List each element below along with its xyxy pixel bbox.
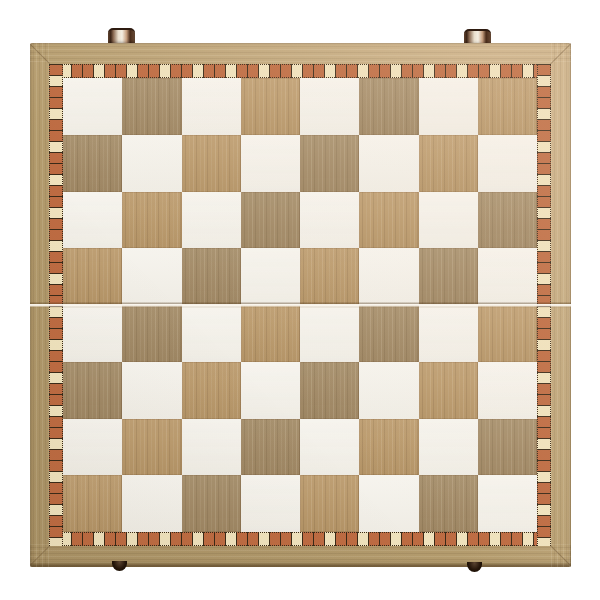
square-c2[interactable] xyxy=(182,419,241,476)
square-f8[interactable] xyxy=(359,78,418,135)
square-d4[interactable] xyxy=(241,305,300,362)
square-a8[interactable] xyxy=(63,78,122,135)
square-h6[interactable] xyxy=(478,192,537,249)
square-h3[interactable] xyxy=(478,362,537,419)
square-g4[interactable] xyxy=(419,305,478,362)
square-e3[interactable] xyxy=(300,362,359,419)
square-f7[interactable] xyxy=(359,135,418,192)
square-f1[interactable] xyxy=(359,475,418,532)
inlay-border-bottom xyxy=(49,532,551,546)
square-g7[interactable] xyxy=(419,135,478,192)
square-b3[interactable] xyxy=(122,362,181,419)
frame-rail-top xyxy=(30,43,571,64)
square-b5[interactable] xyxy=(122,248,181,305)
square-h1[interactable] xyxy=(478,475,537,532)
square-g6[interactable] xyxy=(419,192,478,249)
square-e6[interactable] xyxy=(300,192,359,249)
square-c1[interactable] xyxy=(182,475,241,532)
square-h4[interactable] xyxy=(478,305,537,362)
square-b1[interactable] xyxy=(122,475,181,532)
inlay-border-right xyxy=(537,64,551,546)
square-g8[interactable] xyxy=(419,78,478,135)
square-f3[interactable] xyxy=(359,362,418,419)
square-b6[interactable] xyxy=(122,192,181,249)
square-f6[interactable] xyxy=(359,192,418,249)
square-d7[interactable] xyxy=(241,135,300,192)
square-e4[interactable] xyxy=(300,305,359,362)
foot-right xyxy=(467,562,482,572)
square-d3[interactable] xyxy=(241,362,300,419)
inlay-border-left xyxy=(49,64,63,546)
square-a1[interactable] xyxy=(63,475,122,532)
foot-left xyxy=(112,561,127,571)
square-d8[interactable] xyxy=(241,78,300,135)
frame-rail-right xyxy=(551,43,571,567)
square-f4[interactable] xyxy=(359,305,418,362)
square-e2[interactable] xyxy=(300,419,359,476)
square-c4[interactable] xyxy=(182,305,241,362)
square-a4[interactable] xyxy=(63,305,122,362)
square-f5[interactable] xyxy=(359,248,418,305)
square-a3[interactable] xyxy=(63,362,122,419)
square-h8[interactable] xyxy=(478,78,537,135)
frame-rail-left xyxy=(30,43,49,567)
square-h7[interactable] xyxy=(478,135,537,192)
square-c8[interactable] xyxy=(182,78,241,135)
square-c5[interactable] xyxy=(182,248,241,305)
square-d2[interactable] xyxy=(241,419,300,476)
square-b8[interactable] xyxy=(122,78,181,135)
inlay-border-top xyxy=(49,64,551,78)
product-photo-stage xyxy=(0,0,600,600)
square-g5[interactable] xyxy=(419,248,478,305)
square-f2[interactable] xyxy=(359,419,418,476)
square-a6[interactable] xyxy=(63,192,122,249)
square-a5[interactable] xyxy=(63,248,122,305)
square-e1[interactable] xyxy=(300,475,359,532)
square-g2[interactable] xyxy=(419,419,478,476)
square-a2[interactable] xyxy=(63,419,122,476)
square-a7[interactable] xyxy=(63,135,122,192)
board-grid xyxy=(63,78,537,532)
square-e5[interactable] xyxy=(300,248,359,305)
square-g1[interactable] xyxy=(419,475,478,532)
square-c6[interactable] xyxy=(182,192,241,249)
square-b4[interactable] xyxy=(122,305,181,362)
square-d5[interactable] xyxy=(241,248,300,305)
square-h2[interactable] xyxy=(478,419,537,476)
square-e8[interactable] xyxy=(300,78,359,135)
square-c3[interactable] xyxy=(182,362,241,419)
square-d1[interactable] xyxy=(241,475,300,532)
square-c7[interactable] xyxy=(182,135,241,192)
square-b7[interactable] xyxy=(122,135,181,192)
chess-board xyxy=(30,43,571,567)
square-b2[interactable] xyxy=(122,419,181,476)
square-d6[interactable] xyxy=(241,192,300,249)
square-e7[interactable] xyxy=(300,135,359,192)
square-g3[interactable] xyxy=(419,362,478,419)
square-h5[interactable] xyxy=(478,248,537,305)
